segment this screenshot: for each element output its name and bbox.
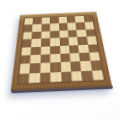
board-perspective-scene	[14, 0, 105, 91]
board-frame	[11, 12, 112, 91]
chess-board-photo	[14, 0, 105, 91]
square-a1[interactable]	[18, 73, 29, 83]
chess-board-grid	[18, 16, 103, 84]
square-h2[interactable]	[90, 61, 102, 71]
square-h1[interactable]	[92, 70, 104, 80]
square-b2[interactable]	[30, 63, 41, 73]
square-d1[interactable]	[50, 72, 61, 82]
square-c2[interactable]	[40, 63, 50, 73]
square-d2[interactable]	[50, 62, 60, 72]
square-b1[interactable]	[29, 73, 40, 83]
square-c1[interactable]	[40, 72, 51, 82]
square-a2[interactable]	[19, 64, 30, 74]
photo-background	[0, 0, 120, 119]
